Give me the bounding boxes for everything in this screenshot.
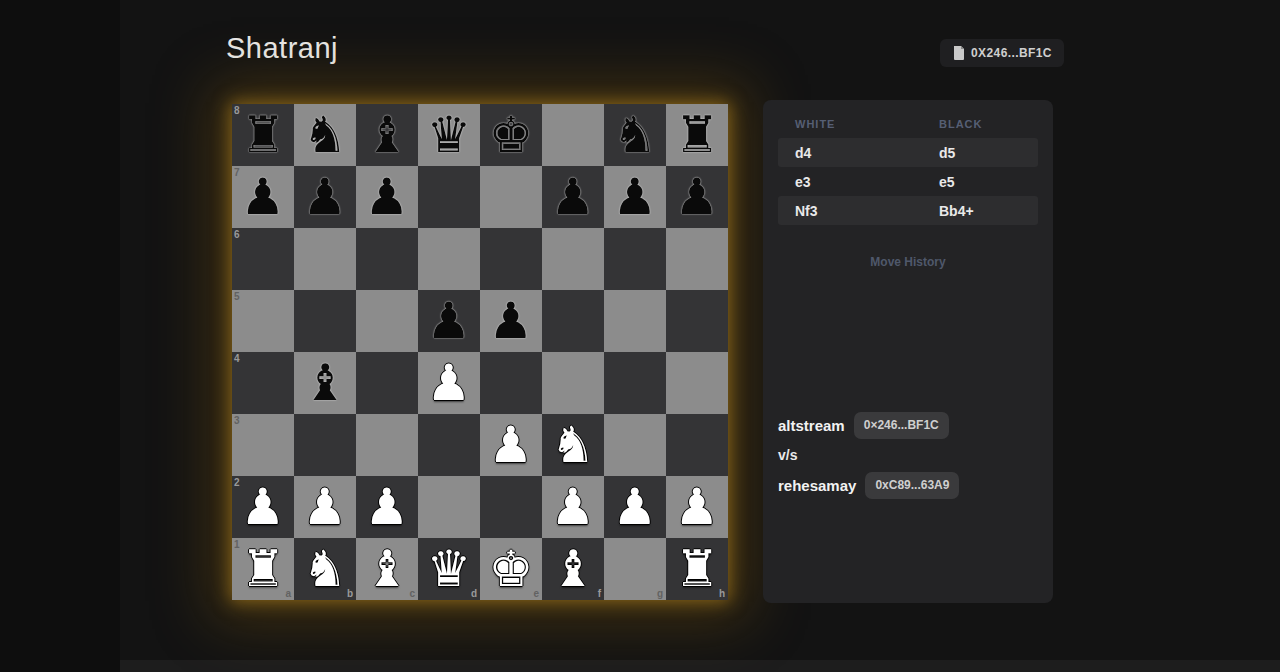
background-texture-left [0, 0, 120, 672]
piece-black-queen[interactable]: ♛ [427, 104, 472, 166]
file-label-e: e [533, 588, 539, 599]
piece-white-rook[interactable]: ♜ [241, 538, 286, 600]
square-f8[interactable] [542, 104, 604, 166]
piece-white-rook[interactable]: ♜ [675, 538, 720, 600]
square-g6[interactable] [604, 228, 666, 290]
square-f5[interactable] [542, 290, 604, 352]
square-e6[interactable] [480, 228, 542, 290]
piece-black-knight[interactable]: ♞ [613, 104, 658, 166]
square-b3[interactable] [294, 414, 356, 476]
file-label-h: h [719, 588, 725, 599]
wallet-address-button[interactable]: 0X246...BF1C [940, 39, 1064, 67]
square-a2[interactable]: 2♟ [232, 476, 294, 538]
square-a7[interactable]: 7♟ [232, 166, 294, 228]
square-f7[interactable]: ♟ [542, 166, 604, 228]
square-g1[interactable]: g [604, 538, 666, 600]
square-g8[interactable]: ♞ [604, 104, 666, 166]
rank-label-6: 6 [234, 229, 240, 240]
piece-black-rook[interactable]: ♜ [241, 104, 286, 166]
wallet-address-label: 0X246...BF1C [971, 46, 1052, 60]
move-history-panel: WHITE BLACK d4d5e3e5Nf3Bb4+ Move History… [763, 100, 1053, 603]
move-white-1[interactable]: d4 [795, 145, 939, 161]
piece-black-bishop[interactable]: ♝ [365, 104, 410, 166]
square-e1[interactable]: e♚ [480, 538, 542, 600]
rank-label-2: 2 [234, 477, 240, 488]
square-c6[interactable] [356, 228, 418, 290]
move-history-label: Move History [763, 255, 1053, 269]
piece-black-bishop[interactable]: ♝ [303, 352, 348, 414]
piece-white-pawn[interactable]: ♟ [427, 352, 472, 414]
square-c1[interactable]: c♝ [356, 538, 418, 600]
square-c7[interactable]: ♟ [356, 166, 418, 228]
square-b4[interactable]: ♝ [294, 352, 356, 414]
rank-label-7: 7 [234, 167, 240, 178]
square-e3[interactable]: ♟ [480, 414, 542, 476]
square-c2[interactable]: ♟ [356, 476, 418, 538]
piece-black-pawn[interactable]: ♟ [427, 290, 472, 352]
square-e4[interactable] [480, 352, 542, 414]
square-h2[interactable]: ♟ [666, 476, 728, 538]
piece-white-pawn[interactable]: ♟ [551, 476, 596, 538]
square-b2[interactable]: ♟ [294, 476, 356, 538]
square-b1[interactable]: b♞ [294, 538, 356, 600]
square-c3[interactable] [356, 414, 418, 476]
square-f4[interactable] [542, 352, 604, 414]
piece-white-pawn[interactable]: ♟ [241, 476, 286, 538]
moves-table: d4d5e3e5Nf3Bb4+ [763, 138, 1053, 225]
square-d2[interactable] [418, 476, 480, 538]
square-c4[interactable] [356, 352, 418, 414]
square-g7[interactable]: ♟ [604, 166, 666, 228]
piece-black-pawn[interactable]: ♟ [489, 290, 534, 352]
square-g5[interactable] [604, 290, 666, 352]
square-a8[interactable]: 8♜ [232, 104, 294, 166]
rank-label-3: 3 [234, 415, 240, 426]
square-d1[interactable]: d♛ [418, 538, 480, 600]
player1-line: altstream 0×246...BF1C [778, 412, 1038, 439]
square-c5[interactable] [356, 290, 418, 352]
player2-line: rehesamay 0xC89...63A9 [778, 472, 1038, 499]
square-h7[interactable]: ♟ [666, 166, 728, 228]
piece-white-bishop[interactable]: ♝ [551, 538, 596, 600]
square-a6[interactable]: 6 [232, 228, 294, 290]
square-f1[interactable]: f♝ [542, 538, 604, 600]
piece-black-pawn[interactable]: ♟ [303, 166, 348, 228]
piece-white-bishop[interactable]: ♝ [365, 538, 410, 600]
piece-black-king[interactable]: ♚ [489, 104, 534, 166]
rank-label-8: 8 [234, 105, 240, 116]
square-a1[interactable]: 1a♜ [232, 538, 294, 600]
square-d6[interactable] [418, 228, 480, 290]
moves-table-header: WHITE BLACK [763, 100, 1053, 138]
move-white-3[interactable]: Nf3 [795, 203, 939, 219]
square-h1[interactable]: h♜ [666, 538, 728, 600]
piece-black-pawn[interactable]: ♟ [365, 166, 410, 228]
square-e2[interactable] [480, 476, 542, 538]
piece-white-pawn[interactable]: ♟ [365, 476, 410, 538]
piece-black-pawn[interactable]: ♟ [241, 166, 286, 228]
square-h5[interactable] [666, 290, 728, 352]
square-e7[interactable] [480, 166, 542, 228]
file-label-g: g [657, 588, 663, 599]
square-d8[interactable]: ♛ [418, 104, 480, 166]
move-row-3[interactable]: Nf3Bb4+ [778, 196, 1038, 225]
square-a3[interactable]: 3 [232, 414, 294, 476]
piece-white-queen[interactable]: ♛ [427, 538, 472, 600]
square-b7[interactable]: ♟ [294, 166, 356, 228]
rank-label-5: 5 [234, 291, 240, 302]
square-c8[interactable]: ♝ [356, 104, 418, 166]
square-g2[interactable]: ♟ [604, 476, 666, 538]
players-block: altstream 0×246...BF1C v/s rehesamay 0xC… [778, 412, 1038, 505]
piece-white-pawn[interactable]: ♟ [489, 414, 534, 476]
player2-name: rehesamay [778, 475, 856, 496]
square-g3[interactable] [604, 414, 666, 476]
piece-white-knight[interactable]: ♞ [551, 414, 596, 476]
piece-black-pawn[interactable]: ♟ [675, 166, 720, 228]
square-f6[interactable] [542, 228, 604, 290]
move-black-3[interactable]: Bb4+ [939, 203, 1038, 219]
player2-address-badge: 0xC89...63A9 [865, 472, 959, 499]
chess-board: 8♜♞♝♛♚♞♜7♟♟♟♟♟♟65♟♟4♝♟3♟♞2♟♟♟♟♟♟1a♜b♞c♝d… [232, 104, 728, 600]
file-label-d: d [471, 588, 477, 599]
piece-white-pawn[interactable]: ♟ [613, 476, 658, 538]
piece-black-pawn[interactable]: ♟ [551, 166, 596, 228]
move-row-2[interactable]: e3e5 [778, 167, 1038, 196]
square-e5[interactable]: ♟ [480, 290, 542, 352]
page-title: Shatranj [226, 32, 338, 65]
document-icon [952, 46, 964, 60]
square-e8[interactable]: ♚ [480, 104, 542, 166]
file-label-a: a [285, 588, 291, 599]
square-f3[interactable]: ♞ [542, 414, 604, 476]
piece-white-pawn[interactable]: ♟ [303, 476, 348, 538]
column-header-white: WHITE [795, 118, 939, 130]
move-black-2[interactable]: e5 [939, 174, 1038, 190]
square-a5[interactable]: 5 [232, 290, 294, 352]
piece-black-rook[interactable]: ♜ [675, 104, 720, 166]
square-g4[interactable] [604, 352, 666, 414]
piece-white-knight[interactable]: ♞ [303, 538, 348, 600]
square-h6[interactable] [666, 228, 728, 290]
piece-white-king[interactable]: ♚ [489, 538, 534, 600]
file-label-f: f [598, 588, 601, 599]
piece-black-knight[interactable]: ♞ [303, 104, 348, 166]
player1-address-badge: 0×246...BF1C [854, 412, 949, 439]
square-d3[interactable] [418, 414, 480, 476]
square-b5[interactable] [294, 290, 356, 352]
player1-name: altstream [778, 415, 845, 436]
rank-label-1: 1 [234, 539, 240, 550]
piece-black-pawn[interactable]: ♟ [613, 166, 658, 228]
move-black-1[interactable]: d5 [939, 145, 1038, 161]
column-header-black: BLACK [939, 118, 1038, 130]
square-d7[interactable] [418, 166, 480, 228]
square-h4[interactable] [666, 352, 728, 414]
rank-label-4: 4 [234, 353, 240, 364]
square-b6[interactable] [294, 228, 356, 290]
move-white-2[interactable]: e3 [795, 174, 939, 190]
square-b8[interactable]: ♞ [294, 104, 356, 166]
piece-white-pawn[interactable]: ♟ [675, 476, 720, 538]
square-h8[interactable]: ♜ [666, 104, 728, 166]
square-a4[interactable]: 4 [232, 352, 294, 414]
file-label-c: c [409, 588, 415, 599]
square-h3[interactable] [666, 414, 728, 476]
versus-label: v/s [778, 445, 1038, 466]
background-strip-bottom [120, 660, 1280, 672]
square-d4[interactable]: ♟ [418, 352, 480, 414]
move-row-1[interactable]: d4d5 [778, 138, 1038, 167]
square-d5[interactable]: ♟ [418, 290, 480, 352]
square-f2[interactable]: ♟ [542, 476, 604, 538]
file-label-b: b [347, 588, 353, 599]
